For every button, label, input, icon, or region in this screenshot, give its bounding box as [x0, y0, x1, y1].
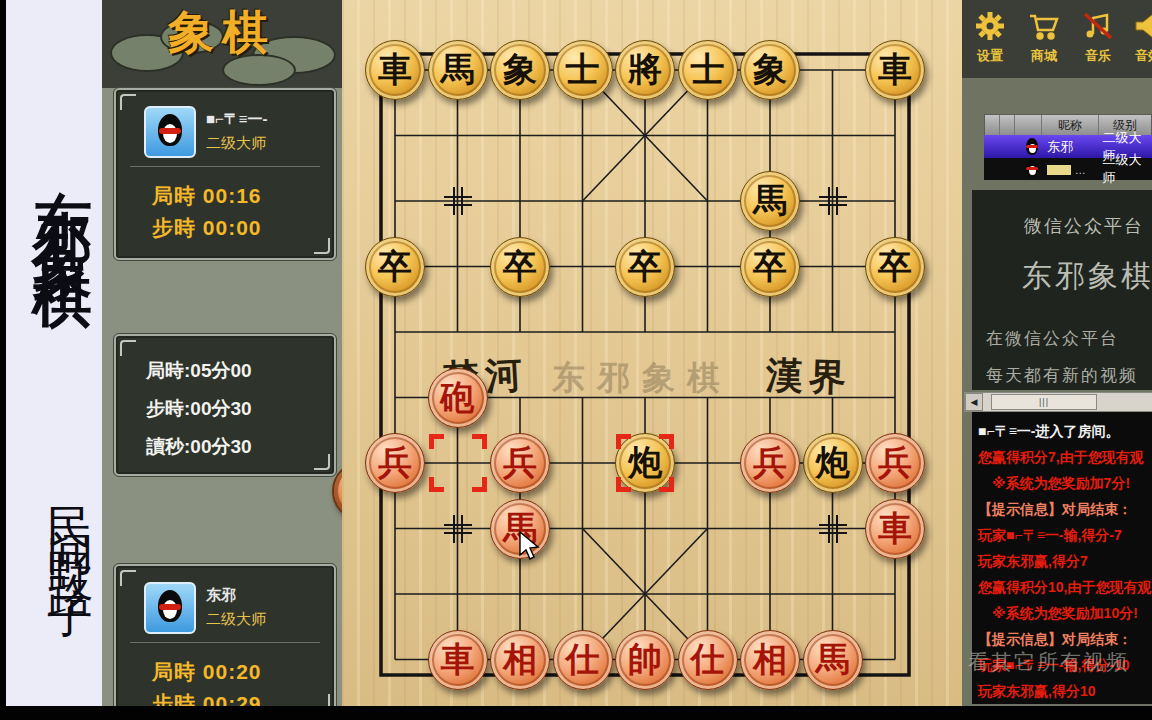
piece-馬[interactable]: 馬 [428, 40, 488, 100]
piece-帥[interactable]: 帥 [615, 630, 675, 690]
last-move-marker [616, 434, 674, 492]
player-row[interactable]: … 二级大师 [984, 158, 1152, 180]
piece-仕[interactable]: 仕 [678, 630, 738, 690]
time-settings-panel: 局時:05分00 步時:00分30 讀秒:00分30 [114, 334, 336, 476]
gear-icon[interactable] [964, 8, 1016, 44]
chat-message: 玩家■⌐〒≡一-输,得分-7 [978, 522, 1152, 548]
last-move-marker [429, 434, 487, 492]
promo-line2: 东邪象棋 [1022, 256, 1152, 297]
chat-message: 【提示信息】对局结束： [978, 496, 1152, 522]
player-panel: 东邪 二级大师 局時 00:20 步時 00:29 [114, 564, 336, 716]
piece-砲[interactable]: 砲 [428, 368, 488, 428]
mouse-cursor [518, 531, 540, 561]
chat-message: ※系统为您奖励加10分! [978, 600, 1152, 626]
piece-象[interactable]: 象 [490, 40, 550, 100]
piece-車[interactable]: 車 [865, 40, 925, 100]
piece-兵[interactable]: 兵 [740, 433, 800, 493]
app-window: 东邪象棋 民间野路子 象棋 ■⌐〒≡一- 二级大师 局時 00:16 步時 00… [0, 0, 1152, 720]
promo-line1: 微信公众平台 [1024, 214, 1152, 238]
settings-label[interactable]: 设置 [964, 47, 1016, 65]
chat-message: 玩家东邪赢,得分7 [978, 548, 1152, 574]
opponent-name: ■⌐〒≡一- [206, 110, 268, 129]
banner-title: 东邪象棋 [6, 44, 102, 344]
setting-game-time: 局時:05分00 [146, 358, 252, 384]
music-label[interactable]: 音乐 [1072, 47, 1124, 65]
point-marker [443, 514, 473, 544]
xiangqi-board[interactable]: 楚河 东邪象棋 漢界 車馬象士將士象車馬卒卒卒卒卒炮炮砲兵兵兵兵馬車車相仕帥仕相… [342, 0, 962, 710]
row-nickname-masked: … [1041, 162, 1102, 177]
bottom-black-bar [0, 706, 1152, 720]
piece-兵[interactable]: 兵 [865, 433, 925, 493]
row-nickname: 东邪 [1041, 138, 1102, 156]
chat-watermark: 看其它所有视频 [968, 648, 1129, 676]
point-marker [818, 186, 848, 216]
logo-band: 象棋 [102, 0, 342, 88]
sound-label[interactable]: 音效 [1122, 47, 1152, 65]
player-avatar[interactable] [144, 582, 196, 634]
setting-byoyomi: 讀秒:00分30 [146, 434, 252, 460]
opponent-game-time: 局時 00:16 [152, 182, 262, 210]
opponent-move-time: 步時 00:00 [152, 214, 262, 242]
piece-象[interactable]: 象 [740, 40, 800, 100]
wechat-promo-panel: 微信公众平台 东邪象棋 在微信公众平台 每天都有新的视频 [972, 190, 1152, 390]
river-watermark: 东邪象棋 [552, 356, 732, 401]
row-rank: 二级大师 [1102, 151, 1152, 187]
scroll-left-arrow[interactable]: ◀ [965, 393, 983, 411]
chat-message: ■⌐〒≡一-进入了房间。 [978, 418, 1152, 444]
game-logo: 象棋 [102, 2, 342, 64]
piece-炮[interactable]: 炮 [803, 433, 863, 493]
chat-message: ※系统为您奖励加7分! [978, 470, 1152, 496]
point-marker [443, 186, 473, 216]
piece-相[interactable]: 相 [740, 630, 800, 690]
header-nickname: 昵称 [1042, 115, 1099, 135]
masked-name-block [1047, 165, 1071, 175]
banner-subtitle: 民间野路子 [6, 336, 102, 716]
opponent-rank: 二级大师 [206, 134, 266, 153]
horizontal-scrollbar[interactable]: ◀ ||| [964, 392, 1152, 412]
piece-車[interactable]: 車 [865, 499, 925, 559]
piece-卒[interactable]: 卒 [740, 237, 800, 297]
qq-penguin-icon [1022, 159, 1041, 179]
chat-message: 您赢得积分10,由于您现有观 [978, 574, 1152, 600]
piece-卒[interactable]: 卒 [865, 237, 925, 297]
player-game-time: 局時 00:20 [152, 658, 262, 686]
piece-相[interactable]: 相 [490, 630, 550, 690]
chat-message: 玩家东邪赢,得分10 [978, 678, 1152, 704]
piece-卒[interactable]: 卒 [615, 237, 675, 297]
opponent-panel: ■⌐〒≡一- 二级大师 局時 00:16 步時 00:00 [114, 88, 336, 260]
piece-將[interactable]: 將 [615, 40, 675, 100]
board-grid [342, 0, 962, 710]
piece-卒[interactable]: 卒 [365, 237, 425, 297]
mall-label[interactable]: 商城 [1018, 47, 1070, 65]
piece-士[interactable]: 士 [678, 40, 738, 100]
left-banner: 东邪象棋 民间野路子 [6, 0, 102, 720]
music-muted-icon[interactable] [1072, 8, 1124, 44]
piece-兵[interactable]: 兵 [490, 433, 550, 493]
speaker-icon[interactable] [1122, 8, 1152, 44]
piece-馬[interactable]: 馬 [803, 630, 863, 690]
piece-車[interactable]: 車 [428, 630, 488, 690]
promo-line4: 每天都有新的视频 [986, 364, 1152, 387]
promo-line3: 在微信公众平台 [986, 327, 1152, 350]
left-column: 象棋 ■⌐〒≡一- 二级大师 局時 00:16 步時 00:00 局時:05分0… [102, 0, 342, 720]
room-player-list: 昵称 级别 东邪 二级大师 … 二级大师 [984, 114, 1152, 180]
piece-仕[interactable]: 仕 [553, 630, 613, 690]
toolbar: 设置 商城 音乐 [962, 0, 1152, 78]
cart-icon[interactable] [1018, 8, 1070, 44]
player-rank: 二级大师 [206, 610, 266, 629]
right-column: 设置 商城 音乐 [962, 0, 1152, 720]
piece-兵[interactable]: 兵 [365, 433, 425, 493]
river-label-han: 漢界 [765, 351, 853, 404]
point-marker [818, 514, 848, 544]
chat-message: 您赢得积分7,由于您现有观 [978, 444, 1152, 470]
opponent-avatar[interactable] [144, 106, 196, 158]
piece-馬[interactable]: 馬 [740, 171, 800, 231]
piece-車[interactable]: 車 [365, 40, 425, 100]
setting-move-time: 步時:00分30 [146, 396, 252, 422]
player-name: 东邪 [206, 586, 236, 605]
piece-士[interactable]: 士 [553, 40, 613, 100]
piece-卒[interactable]: 卒 [490, 237, 550, 297]
qq-penguin-icon [1022, 137, 1041, 157]
scrollbar-thumb[interactable]: ||| [991, 394, 1097, 410]
